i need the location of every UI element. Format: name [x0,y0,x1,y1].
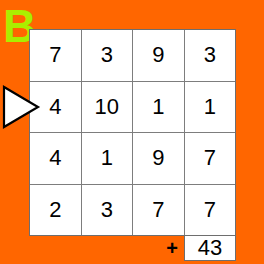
grid-cell-r3c2[interactable]: 1 [82,133,133,184]
game-stage: B 73934101141972377 + 43 [0,0,264,264]
grid-cell-r3c3[interactable]: 9 [133,133,184,184]
number-grid: 73934101141972377 [29,29,236,236]
grid-cell-r2c3[interactable]: 1 [133,82,184,133]
grid-cell-r3c4[interactable]: 7 [185,133,236,184]
grid-cell-r4c3[interactable]: 7 [133,185,184,236]
grid-cell-r4c2[interactable]: 3 [82,185,133,236]
row-arrow-icon [2,85,42,129]
grid-cell-r1c1[interactable]: 7 [30,30,81,81]
grid-cell-r3c1[interactable]: 4 [30,133,81,184]
sum-value-box: 43 [184,235,236,261]
grid-cell-r2c2[interactable]: 10 [82,82,133,133]
plus-operator: + [162,235,182,261]
grid-cell-r2c4[interactable]: 1 [185,82,236,133]
grid-cell-r4c1[interactable]: 2 [30,185,81,236]
grid-cell-r1c2[interactable]: 3 [82,30,133,81]
grid-cell-r1c3[interactable]: 9 [133,30,184,81]
grid-cell-r4c4[interactable]: 7 [185,185,236,236]
grid-cell-r1c4[interactable]: 3 [185,30,236,81]
sum-value: 43 [198,235,222,261]
